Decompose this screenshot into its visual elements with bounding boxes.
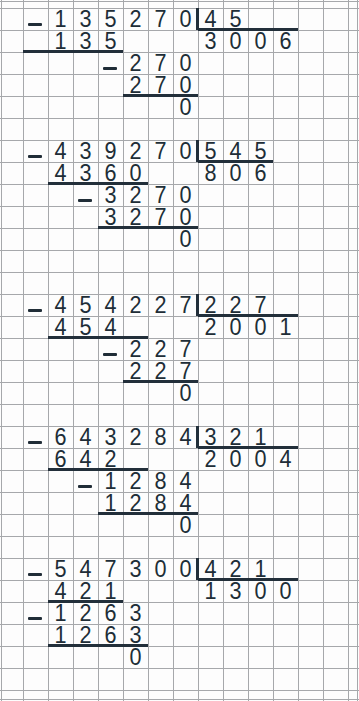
digit-cell: 0 <box>224 448 247 470</box>
digit-cell: 0 <box>174 140 197 162</box>
digit-cell: 2 <box>124 294 147 316</box>
grid-line <box>0 690 359 691</box>
minus-sign <box>28 23 42 26</box>
minus-sign <box>28 309 42 312</box>
digit-cell: 0 <box>224 30 247 52</box>
digit-cell: 2 <box>124 206 147 228</box>
digit-cell: 8 <box>149 426 172 448</box>
digit-cell: 7 <box>174 294 197 316</box>
digit-cell: 2 <box>149 360 172 382</box>
rule-line <box>48 644 148 647</box>
digit-cell: 8 <box>199 162 222 184</box>
grid-line <box>357 0 358 701</box>
rule-line <box>123 94 198 97</box>
digit-cell: 0 <box>224 162 247 184</box>
digit-cell: 2 <box>199 316 222 338</box>
digit-cell: 1 <box>199 580 222 602</box>
rule-line <box>48 600 123 603</box>
division-bar <box>196 8 199 30</box>
digit-cell: 0 <box>124 646 147 668</box>
rule-line <box>98 226 198 229</box>
digit-cell: 2 <box>124 74 147 96</box>
minus-sign <box>103 353 117 356</box>
digit-cell: 6 <box>49 448 72 470</box>
grid-line <box>23 0 24 701</box>
digit-cell: 0 <box>174 8 197 30</box>
digit-cell: 2 <box>74 624 97 646</box>
digit-cell: 2 <box>124 8 147 30</box>
digit-cell: 1 <box>49 30 72 52</box>
digit-cell: 0 <box>274 580 297 602</box>
grid-line <box>0 699 359 700</box>
digit-cell: 0 <box>174 228 197 250</box>
digit-cell: 4 <box>49 316 72 338</box>
digit-cell: 6 <box>274 30 297 52</box>
digit-cell: 7 <box>149 206 172 228</box>
minus-sign <box>28 155 42 158</box>
rule-line <box>123 380 198 383</box>
rule-line <box>198 28 298 31</box>
minus-sign <box>103 67 117 70</box>
division-bar <box>196 294 199 316</box>
digit-cell: 4 <box>99 316 122 338</box>
digit-cell: 0 <box>174 514 197 536</box>
digit-cell: 0 <box>224 316 247 338</box>
rule-line <box>198 160 273 163</box>
digit-cell: 2 <box>124 360 147 382</box>
digit-cell: 7 <box>149 8 172 30</box>
digit-cell: 4 <box>74 448 97 470</box>
digit-cell: 4 <box>174 426 197 448</box>
digit-cell: 0 <box>249 448 272 470</box>
minus-sign <box>28 573 42 576</box>
rule-line <box>198 578 298 581</box>
digit-cell: 7 <box>149 74 172 96</box>
division-worksheet: 1352704513530062702700439270545436080632… <box>0 0 359 701</box>
digit-cell: 1 <box>274 316 297 338</box>
digit-cell: 7 <box>149 140 172 162</box>
rule-line <box>98 512 198 515</box>
grid-line <box>0 272 359 273</box>
digit-cell: 4 <box>274 448 297 470</box>
digit-cell: 0 <box>174 96 197 118</box>
digit-cell: 2 <box>124 492 147 514</box>
digit-cell: 1 <box>49 624 72 646</box>
digit-cell: 0 <box>149 558 172 580</box>
digit-cell: 2 <box>124 426 147 448</box>
digit-cell: 3 <box>99 206 122 228</box>
digit-cell: 3 <box>74 162 97 184</box>
rule-line <box>23 50 123 53</box>
digit-cell: 5 <box>99 30 122 52</box>
digit-cell: 0 <box>249 580 272 602</box>
grid-line <box>0 668 359 669</box>
grid-line <box>1 0 2 701</box>
digit-cell: 3 <box>124 558 147 580</box>
division-bar <box>196 140 199 162</box>
digit-cell: 0 <box>249 316 272 338</box>
minus-sign <box>78 485 92 488</box>
division-bar <box>196 426 199 448</box>
rule-line <box>48 336 148 339</box>
rule-line <box>198 446 298 449</box>
rule-line <box>198 314 298 317</box>
digit-cell: 0 <box>174 558 197 580</box>
digit-cell: 0 <box>249 30 272 52</box>
digit-cell: 0 <box>174 382 197 404</box>
minus-sign <box>28 441 42 444</box>
digit-cell: 2 <box>149 294 172 316</box>
digit-cell: 3 <box>224 580 247 602</box>
digit-cell: 8 <box>149 492 172 514</box>
digit-cell: 1 <box>99 492 122 514</box>
grid-line <box>348 0 349 701</box>
digit-cell: 4 <box>49 162 72 184</box>
digit-cell: 3 <box>199 30 222 52</box>
minus-sign <box>78 199 92 202</box>
digit-cell: 6 <box>249 162 272 184</box>
rule-line <box>48 182 148 185</box>
grid-line <box>323 0 324 701</box>
digit-cell: 6 <box>99 624 122 646</box>
digit-cell: 5 <box>74 316 97 338</box>
grid-line <box>298 0 299 701</box>
minus-sign <box>28 617 42 620</box>
digit-cell: 2 <box>199 448 222 470</box>
rule-line <box>48 468 148 471</box>
grid-line <box>0 1 359 2</box>
digit-cell: 3 <box>74 30 97 52</box>
division-bar <box>196 558 199 580</box>
